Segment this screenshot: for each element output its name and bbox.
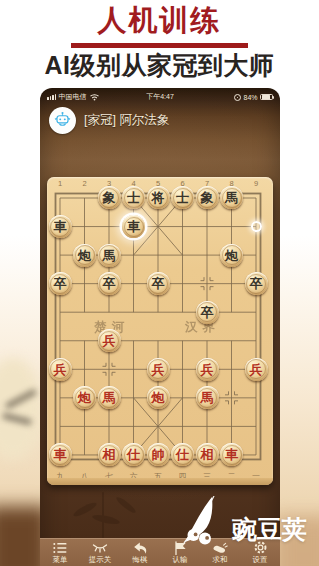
toolbar-menu-button[interactable]: 菜单 (42, 541, 78, 564)
piece-red-兵[interactable]: 兵 (245, 358, 268, 381)
piece-black-象[interactable]: 象 (196, 186, 219, 209)
toolbar-hint-off-button[interactable]: 提示关 (82, 541, 118, 564)
file-label-top: 6 (176, 179, 190, 188)
title-underline (71, 43, 248, 48)
piece-character: 車 (54, 220, 67, 233)
file-label-bottom: 五 (151, 471, 165, 482)
piece-character: 卒 (152, 277, 165, 290)
toolbar-label: 悔棋 (133, 555, 148, 564)
piece-character: 車 (127, 220, 140, 233)
file-label-top: 3 (102, 179, 116, 188)
file-label-top: 7 (200, 179, 214, 188)
last-move-origin-marker (251, 221, 262, 232)
piece-black-卒[interactable]: 卒 (196, 301, 219, 324)
piece-character: 卒 (54, 277, 67, 290)
piece-red-帥[interactable]: 帥 (147, 443, 170, 466)
piece-character: 兵 (250, 363, 263, 376)
status-left: 中国电信 (47, 92, 146, 102)
file-label-bottom: 九 (53, 471, 67, 482)
piece-red-馬[interactable]: 馬 (98, 386, 121, 409)
piece-character: 馬 (225, 191, 238, 204)
avatar (49, 107, 76, 134)
file-label-top: 2 (78, 179, 92, 188)
app-screenshot: 中国电信 下午4:47 84% (40, 88, 280, 566)
piece-black-士[interactable]: 士 (171, 186, 194, 209)
piece-character: 兵 (54, 363, 67, 376)
wifi-icon (89, 93, 100, 101)
piece-red-炮[interactable]: 炮 (73, 386, 96, 409)
file-label-top: 4 (127, 179, 141, 188)
piece-red-兵[interactable]: 兵 (49, 358, 72, 381)
undo-arrow-icon (133, 541, 148, 555)
piece-character: 卒 (250, 277, 263, 290)
bamboo-decoration (62, 492, 158, 544)
piece-character: 士 (127, 191, 140, 204)
page-title: 人机训练 (0, 1, 319, 41)
piece-red-炮[interactable]: 炮 (147, 386, 170, 409)
file-label-bottom: 三 (200, 471, 214, 482)
watermark: 豌豆荚 (183, 496, 307, 546)
piece-red-相[interactable]: 相 (196, 443, 219, 466)
piece-red-兵[interactable]: 兵 (147, 358, 170, 381)
page: 人机训练 AI级别从家冠到大师 中国电信 下午4:47 84% (0, 0, 319, 566)
piece-red-車[interactable]: 車 (220, 443, 243, 466)
file-label-bottom: 六 (127, 471, 141, 482)
piece-black-車[interactable]: 車 (122, 215, 145, 238)
watermark-text: 豌豆荚 (232, 513, 307, 546)
piece-character: 馬 (103, 391, 116, 404)
piece-character: 馬 (201, 391, 214, 404)
piece-red-車[interactable]: 車 (49, 443, 72, 466)
piece-black-炮[interactable]: 炮 (73, 244, 96, 267)
piece-character: 炮 (78, 249, 91, 262)
piece-character: 兵 (103, 334, 116, 347)
xiangqi-board[interactable]: 楚河 汉界 象士将士象馬車車炮馬炮卒卒卒卒卒兵兵兵兵兵炮馬炮馬車相仕帥仕相車 1… (47, 177, 273, 485)
piece-black-卒[interactable]: 卒 (98, 272, 121, 295)
toolbar-label: 菜单 (53, 555, 68, 564)
battery-percent-label: 84% (243, 94, 257, 101)
piece-red-兵[interactable]: 兵 (196, 358, 219, 381)
piece-black-卒[interactable]: 卒 (49, 272, 72, 295)
piece-character: 炮 (152, 391, 165, 404)
piece-red-相[interactable]: 相 (98, 443, 121, 466)
piece-black-馬[interactable]: 馬 (98, 244, 121, 267)
file-label-top: 8 (225, 179, 239, 188)
piece-black-将[interactable]: 将 (147, 186, 170, 209)
file-label-bottom: 四 (176, 471, 190, 482)
toolbar-label: 设置 (253, 555, 268, 564)
battery-icon (260, 94, 273, 101)
file-label-bottom: 二 (225, 471, 239, 482)
closed-eye-icon (92, 541, 108, 555)
opponent-name: [家冠] 阿尔法象 (84, 112, 169, 129)
piece-character: 兵 (201, 363, 214, 376)
piece-red-馬[interactable]: 馬 (196, 386, 219, 409)
piece-red-仕[interactable]: 仕 (171, 443, 194, 466)
carrier-label: 中国电信 (59, 92, 87, 102)
piece-black-炮[interactable]: 炮 (220, 244, 243, 267)
clock-label: 下午4:47 (146, 92, 174, 102)
piece-character: 象 (201, 191, 214, 204)
piece-grid: 象士将士象馬車車炮馬炮卒卒卒卒卒兵兵兵兵兵炮馬炮馬車相仕帥仕相車 (48, 184, 269, 469)
robot-icon (53, 111, 72, 130)
piece-character: 仕 (176, 448, 189, 461)
piece-black-象[interactable]: 象 (98, 186, 121, 209)
piece-character: 馬 (103, 249, 116, 262)
piece-character: 兵 (152, 363, 165, 376)
toolbar-label: 认输 (173, 555, 188, 564)
piece-character: 卒 (103, 277, 116, 290)
piece-character: 帥 (152, 448, 165, 461)
piece-character: 相 (201, 448, 214, 461)
piece-black-車[interactable]: 車 (49, 215, 72, 238)
status-right: 84% (174, 94, 273, 101)
piece-character: 炮 (78, 391, 91, 404)
piece-black-卒[interactable]: 卒 (245, 272, 268, 295)
piece-character: 車 (54, 448, 67, 461)
file-label-top: 9 (249, 179, 263, 188)
piece-character: 士 (176, 191, 189, 204)
piece-character: 将 (152, 191, 165, 204)
toolbar-label: 求和 (213, 555, 228, 564)
piece-red-兵[interactable]: 兵 (98, 329, 121, 352)
toolbar-undo-button[interactable]: 悔棋 (122, 541, 158, 564)
piece-character: 車 (225, 448, 238, 461)
page-subtitle: AI级别从家冠到大师 (0, 49, 319, 82)
piece-black-馬[interactable]: 馬 (220, 186, 243, 209)
file-label-bottom: 七 (102, 471, 116, 482)
piece-character: 象 (103, 191, 116, 204)
piece-character: 仕 (127, 448, 140, 461)
piece-black-士[interactable]: 士 (122, 186, 145, 209)
status-bar: 中国电信 下午4:47 84% (40, 90, 280, 104)
menu-icon (52, 541, 68, 555)
toolbar-label: 提示关 (89, 555, 112, 564)
piece-black-卒[interactable]: 卒 (147, 272, 170, 295)
piece-character: 卒 (201, 306, 214, 319)
file-label-bottom: 八 (78, 471, 92, 482)
opponent-bar: [家冠] 阿尔法象 (49, 107, 169, 134)
pea-pod-logo (183, 496, 235, 546)
piece-character: 炮 (225, 249, 238, 262)
rotation-lock-icon (234, 94, 241, 101)
signal-bars-icon (47, 94, 56, 101)
file-label-top: 1 (53, 179, 67, 188)
piece-character: 相 (103, 448, 116, 461)
file-label-top: 5 (151, 179, 165, 188)
piece-red-仕[interactable]: 仕 (122, 443, 145, 466)
file-label-bottom: 一 (249, 471, 263, 482)
